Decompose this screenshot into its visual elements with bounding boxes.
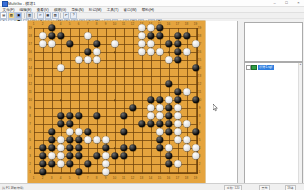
- hoshi-point: [60, 51, 62, 53]
- coord-bottom: 16: [167, 177, 170, 180]
- coord-right: 4: [199, 147, 201, 150]
- coord-top: 12: [131, 22, 134, 25]
- menu-item-2[interactable]: 查看(V): [34, 8, 51, 12]
- coord-right: 7: [199, 123, 201, 126]
- coord-left: 6: [29, 131, 31, 134]
- coord-bottom: 17: [176, 177, 179, 180]
- coord-top: 11: [122, 22, 125, 25]
- coord-top: 9: [105, 22, 107, 25]
- coord-left: 15: [29, 59, 32, 62]
- coord-bottom: 5: [69, 177, 71, 180]
- coord-bottom: 4: [60, 177, 62, 180]
- board-pane: 1122334455667788991010111112121313141415…: [0, 21, 237, 186]
- menu-item-4[interactable]: 导航(N): [69, 8, 86, 12]
- coord-top: 16: [167, 22, 170, 25]
- coord-bottom: 3: [51, 177, 53, 180]
- coord-top: 8: [96, 22, 98, 25]
- menu-item-5[interactable]: 标记(M): [86, 8, 104, 12]
- window-title: MultiGo - 棋谱1: [8, 1, 36, 6]
- coord-right: 19: [198, 27, 201, 30]
- coord-left: 16: [29, 51, 32, 54]
- coord-bottom: 7: [87, 177, 89, 180]
- coord-top: 18: [185, 22, 188, 25]
- coord-left: 4: [29, 147, 31, 150]
- coord-bottom: 10: [113, 177, 116, 180]
- coord-bottom: 6: [78, 177, 80, 180]
- coord-left: 7: [29, 123, 31, 126]
- coord-left: 2: [29, 163, 31, 166]
- stone-black[interactable]: [192, 128, 199, 135]
- coord-top: 2: [42, 22, 44, 25]
- app-window: MultiGo - 棋谱1 – □ × 文件(F)编辑(E)查看(V)棋谱(G)…: [0, 0, 304, 190]
- coord-right: 8: [199, 115, 201, 118]
- coord-right: 9: [199, 107, 201, 110]
- coord-bottom: 18: [185, 177, 188, 180]
- coord-bottom: 15: [158, 177, 161, 180]
- coord-right: 2: [199, 163, 201, 166]
- hoshi-point: [114, 147, 116, 149]
- coord-bottom: 11: [122, 177, 125, 180]
- coord-bottom: 8: [96, 177, 98, 180]
- maximize-button[interactable]: □: [281, 0, 292, 6]
- hoshi-point: [114, 99, 116, 101]
- menu-item-6[interactable]: 工具(T): [104, 8, 121, 12]
- coord-top: 4: [60, 22, 62, 25]
- coord-right: 3: [199, 155, 201, 158]
- coord-left: 9: [29, 107, 31, 110]
- game-node-icon: [251, 65, 257, 71]
- coord-bottom: 14: [149, 177, 152, 180]
- stone-white[interactable]: [192, 144, 199, 151]
- status-message: 按 F1 获取帮助: [2, 186, 23, 190]
- coord-top: 19: [194, 22, 197, 25]
- coord-top: 17: [176, 22, 179, 25]
- coord-right: 11: [198, 91, 201, 94]
- coord-left: 12: [29, 83, 32, 86]
- scroll-up-icon[interactable]: ▲: [299, 63, 302, 66]
- menu-item-0[interactable]: 文件(F): [0, 8, 17, 12]
- coord-right: 16: [198, 51, 201, 54]
- game-tree-box[interactable]: 棋谱1.sgf ▲: [244, 62, 303, 187]
- coord-top: 10: [113, 22, 116, 25]
- coord-right: 12: [198, 83, 201, 86]
- toolbar-separator: [24, 13, 25, 18]
- coord-bottom: 9: [105, 177, 107, 180]
- coord-left: 17: [29, 43, 32, 46]
- coord-left: 10: [29, 99, 32, 102]
- stone-white[interactable]: [192, 40, 199, 47]
- coord-bottom: 13: [140, 177, 143, 180]
- coord-left: 14: [29, 67, 32, 70]
- coord-top: 1: [33, 22, 35, 25]
- coord-right: 5: [199, 139, 201, 142]
- stone-white[interactable]: [102, 168, 109, 175]
- coord-bottom: 12: [131, 177, 134, 180]
- side-panel: 棋谱1.sgf ▲: [237, 21, 304, 186]
- coord-top: 6: [78, 22, 80, 25]
- coord-bottom: 2: [42, 177, 44, 180]
- menu-item-7[interactable]: 窗口(W): [121, 8, 139, 12]
- coord-bottom: 19: [194, 177, 197, 180]
- coord-bottom: 1: [33, 177, 35, 180]
- stone-black[interactable]: [75, 168, 82, 175]
- coord-top: 7: [87, 22, 89, 25]
- title-bar: MultiGo - 棋谱1 – □ ×: [0, 0, 304, 7]
- hoshi-point: [168, 51, 170, 53]
- close-button[interactable]: ×: [293, 0, 304, 6]
- mouse-cursor: [213, 104, 219, 112]
- minimize-button[interactable]: –: [269, 0, 280, 6]
- coord-right: 13: [198, 75, 201, 78]
- menu-item-8[interactable]: 帮助(H): [139, 8, 156, 12]
- coord-right: 1: [199, 171, 201, 174]
- coord-right: 18: [198, 35, 201, 38]
- status-turn: 黑先: [259, 185, 270, 190]
- coord-left: 5: [29, 139, 31, 142]
- game-tree-item[interactable]: 棋谱1.sgf: [246, 65, 274, 71]
- coord-right: 15: [198, 59, 201, 62]
- go-board[interactable]: 1122334455667788991010111112121313141415…: [28, 21, 205, 186]
- status-move-count: 手数: 120: [224, 185, 242, 190]
- menu-item-3[interactable]: 棋谱(G): [51, 8, 69, 12]
- stone-black[interactable]: [192, 96, 199, 103]
- game-info-box[interactable]: [244, 22, 303, 62]
- coord-left: 11: [29, 91, 32, 94]
- tree-scrollbar[interactable]: ▲: [298, 63, 302, 186]
- status-board-size: 19路: [285, 185, 296, 190]
- coord-left: 1: [29, 171, 31, 174]
- status-bar: 按 F1 获取帮助 手数: 120 黑先 19路: [0, 183, 304, 190]
- coord-left: 8: [29, 115, 31, 118]
- menu-item-1[interactable]: 编辑(E): [17, 8, 34, 12]
- stone-white[interactable]: [192, 152, 199, 159]
- hoshi-point: [114, 51, 116, 53]
- main-area: 1122334455667788991010111112121313141415…: [0, 26, 304, 164]
- stone-black[interactable]: [39, 168, 46, 175]
- hoshi-point: [60, 99, 62, 101]
- toolbar-separator: [60, 13, 61, 18]
- coord-left: 19: [29, 27, 32, 30]
- toolbar-separator: [34, 13, 35, 18]
- app-icon: [2, 1, 8, 7]
- coord-left: 3: [29, 155, 31, 158]
- coord-top: 5: [69, 22, 71, 25]
- coord-right: 6: [199, 131, 201, 134]
- tree-expander-icon[interactable]: [246, 65, 251, 70]
- coord-left: 18: [29, 35, 32, 38]
- game-tree-item-label[interactable]: 棋谱1.sgf: [258, 65, 274, 70]
- coord-left: 13: [29, 75, 32, 78]
- stone-black[interactable]: [192, 64, 199, 71]
